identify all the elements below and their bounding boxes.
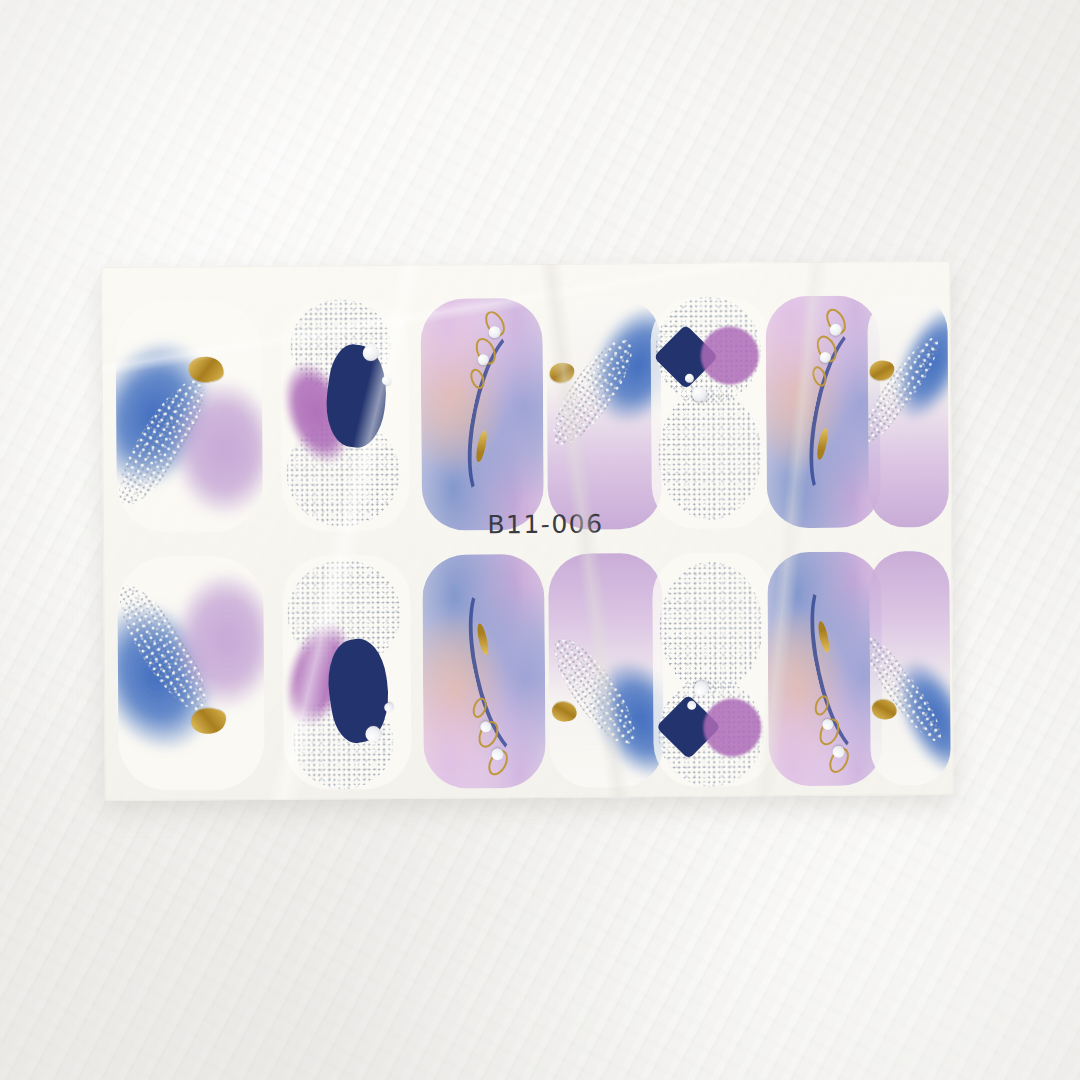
pearl-small	[819, 352, 830, 363]
nail-sticker-sheet: B11-006	[101, 261, 954, 801]
nail-sticker-r1c5	[650, 296, 772, 529]
nail-sticker-r1c4	[546, 297, 662, 530]
gold-foil-flake	[549, 361, 576, 385]
pearl-small	[687, 701, 696, 710]
pearl-small	[382, 375, 391, 384]
nail-sticker-r2c7	[869, 551, 951, 786]
pearl-large	[829, 324, 841, 336]
pearl-small	[384, 703, 393, 712]
nail-sticker-r2c2	[282, 555, 412, 790]
nail-sticker-r1c6	[765, 296, 881, 529]
nail-sticker-r2c1	[117, 556, 265, 791]
orchid-circle	[704, 698, 762, 756]
pearl-large	[832, 746, 844, 758]
photo-stage: B11-006	[0, 0, 1080, 1080]
glitter-patch-bottom	[658, 389, 762, 520]
nail-sticker-r2c4	[548, 553, 664, 788]
product-code-label: B11-006	[487, 509, 603, 539]
nail-sticker-r1c1	[115, 300, 263, 533]
pearl-small	[684, 373, 693, 382]
navy-curved-stroke	[455, 573, 545, 765]
gold-foil-flake	[551, 700, 578, 724]
nail-sticker-r2c6	[767, 552, 883, 787]
nail-sticker-r2c5	[652, 552, 774, 787]
pearl-small	[822, 719, 833, 730]
navy-curved-stroke	[455, 321, 544, 511]
pearl-large	[694, 680, 709, 695]
nail-sticker-r2c3	[422, 554, 546, 789]
pearl-small	[478, 354, 489, 365]
nail-sticker-r1c3	[420, 298, 544, 531]
nail-sticker-r1c2	[280, 299, 410, 532]
nail-sticker-r1c7	[867, 295, 949, 528]
glitter-patch-bottom	[659, 562, 763, 694]
